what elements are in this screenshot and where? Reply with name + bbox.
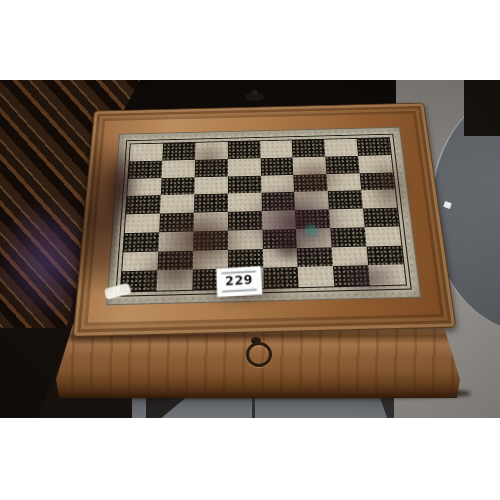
square-b2 <box>157 250 193 270</box>
square-g8 <box>324 139 358 157</box>
sticker-fine-print <box>222 288 257 292</box>
square-b8 <box>162 143 195 161</box>
square-e4 <box>262 210 297 229</box>
square-g7 <box>326 156 360 174</box>
square-g1 <box>333 265 370 286</box>
square-a8 <box>130 144 163 162</box>
square-h5 <box>361 190 397 209</box>
square-a2 <box>122 251 158 271</box>
chess-board <box>121 138 406 291</box>
square-c5 <box>194 194 228 213</box>
square-a3 <box>124 232 160 252</box>
square-f6 <box>294 174 328 192</box>
square-f8 <box>292 140 325 158</box>
lot-sticker: 229 <box>216 266 262 297</box>
square-c2 <box>193 249 228 269</box>
square-h2 <box>367 245 404 265</box>
square-d3 <box>228 230 263 250</box>
square-h3 <box>365 226 401 246</box>
square-f1 <box>298 266 335 287</box>
lid-clasp <box>245 93 265 101</box>
square-g3 <box>331 227 367 247</box>
photo-canvas: 229 <box>0 0 500 500</box>
square-h1 <box>368 265 405 286</box>
board-border <box>120 137 407 292</box>
square-b3 <box>158 231 193 251</box>
board-frame: 229 <box>73 103 457 337</box>
square-b1 <box>157 270 193 291</box>
square-d4 <box>228 211 262 230</box>
drawer-ring-pull <box>243 337 269 365</box>
square-b6 <box>161 177 195 195</box>
square-b7 <box>161 160 194 178</box>
square-c8 <box>195 142 228 160</box>
square-c4 <box>193 212 227 231</box>
square-h7 <box>358 155 393 173</box>
square-e8 <box>260 140 293 158</box>
square-a7 <box>128 160 162 178</box>
square-b5 <box>160 195 194 214</box>
square-d8 <box>228 141 261 159</box>
board-top-assembly: 229 <box>73 103 457 337</box>
square-h8 <box>357 138 391 156</box>
square-f5 <box>295 191 330 210</box>
square-a6 <box>127 178 161 196</box>
square-d5 <box>228 193 262 212</box>
square-e5 <box>261 192 295 211</box>
square-h4 <box>363 208 399 227</box>
dark-cabinet-corner <box>464 80 500 136</box>
square-e2 <box>262 248 298 268</box>
lot-number: 229 <box>225 274 253 289</box>
square-c7 <box>195 159 228 177</box>
square-e6 <box>261 174 295 192</box>
square-f7 <box>293 156 327 174</box>
old-sticker-remnant <box>104 282 131 299</box>
square-c6 <box>194 176 227 194</box>
square-d7 <box>228 158 261 176</box>
square-g6 <box>327 173 362 191</box>
clasp-knob <box>252 90 258 95</box>
square-e7 <box>260 157 293 175</box>
square-c3 <box>193 230 228 250</box>
silvered-plate: 229 <box>106 127 421 305</box>
square-d6 <box>228 175 261 193</box>
square-f2 <box>297 247 333 267</box>
square-b4 <box>159 213 194 232</box>
ring-pull-loop <box>246 342 272 367</box>
square-e1 <box>263 267 299 288</box>
square-e3 <box>262 229 297 249</box>
square-a4 <box>125 213 160 232</box>
square-f4 <box>295 209 330 228</box>
square-f3 <box>296 228 332 248</box>
auction-photo: 229 <box>0 80 500 418</box>
square-h6 <box>360 172 395 190</box>
square-g4 <box>329 209 365 228</box>
square-g2 <box>332 246 369 266</box>
square-a5 <box>126 195 161 214</box>
square-g5 <box>328 190 363 209</box>
